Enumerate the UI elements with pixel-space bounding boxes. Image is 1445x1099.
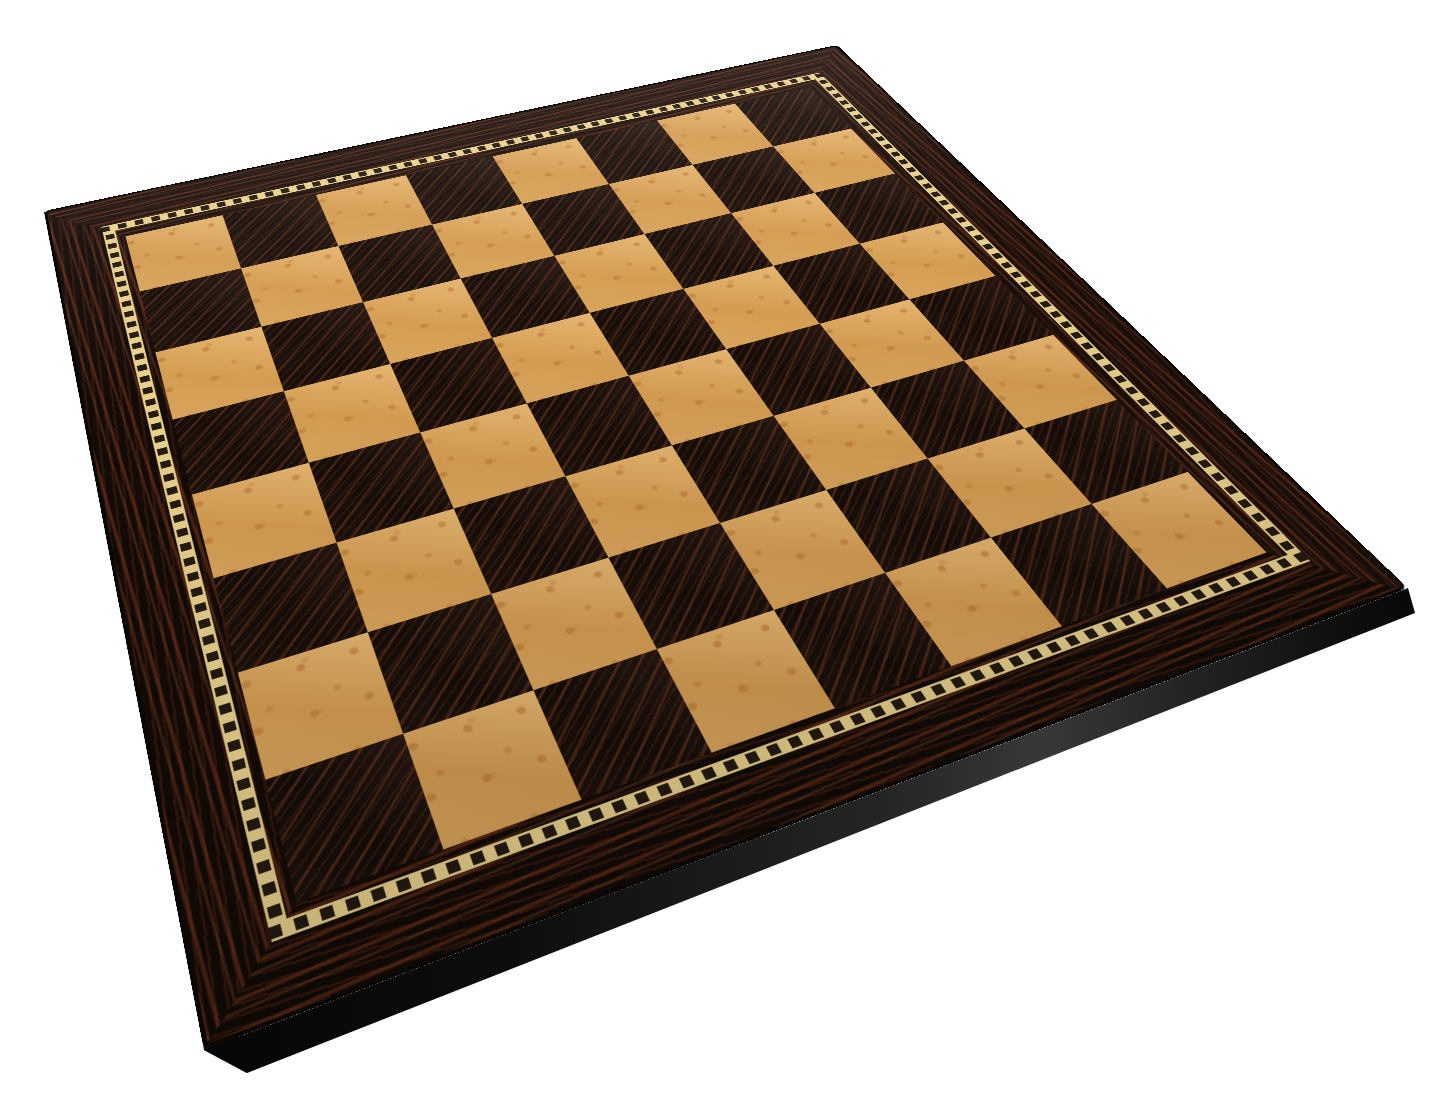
chess-board [44, 45, 1408, 1050]
chess-board-photo [0, 0, 1445, 1099]
